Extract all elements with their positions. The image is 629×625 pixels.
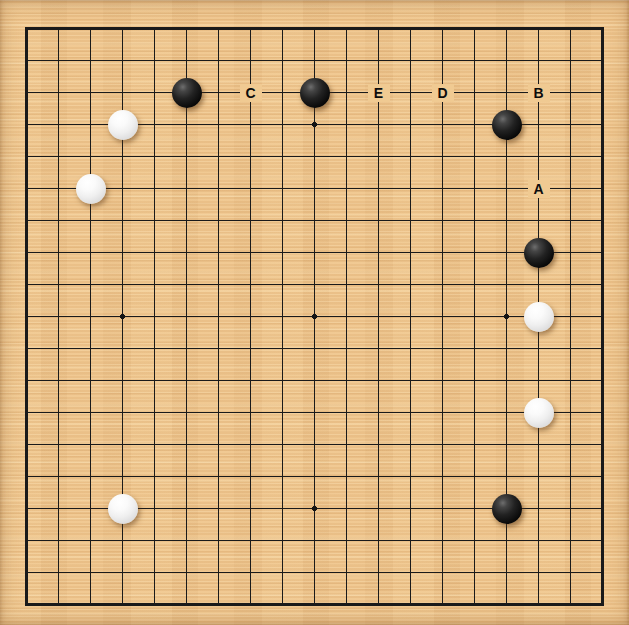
move-label-C[interactable]: C [240,84,262,102]
black-stone [492,110,522,140]
move-label-E[interactable]: E [368,84,390,102]
star-point [312,506,317,511]
white-stone [524,398,554,428]
star-point [120,314,125,319]
white-stone [524,302,554,332]
move-label-D[interactable]: D [432,84,454,102]
move-label-A[interactable]: A [528,180,550,198]
white-stone [76,174,106,204]
star-point [312,122,317,127]
black-stone [492,494,522,524]
go-board[interactable]: CEDBA [0,0,629,625]
black-stone [300,78,330,108]
white-stone [108,494,138,524]
white-stone [108,110,138,140]
black-stone [172,78,202,108]
move-label-B[interactable]: B [528,84,550,102]
black-stone [524,238,554,268]
star-point [312,314,317,319]
screenshot-root: CEDBA [0,0,629,625]
star-point [504,314,509,319]
